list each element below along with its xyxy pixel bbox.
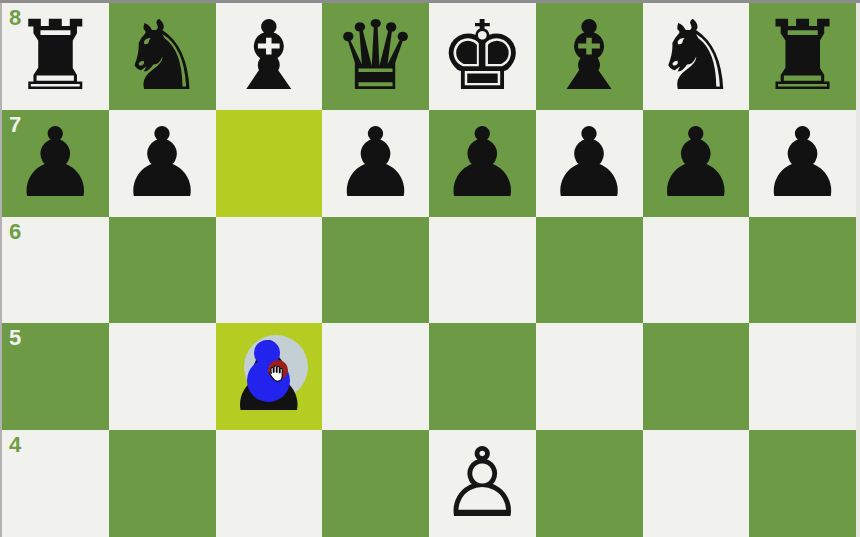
square-c7[interactable]: [216, 110, 323, 217]
square-d6[interactable]: [322, 217, 429, 324]
square-e5[interactable]: [429, 323, 536, 430]
square-b5[interactable]: [109, 323, 216, 430]
rank-label-5: 5: [9, 326, 21, 350]
piece-black-rook-a8[interactable]: ♜: [2, 3, 109, 110]
square-h5[interactable]: [749, 323, 856, 430]
square-g8[interactable]: ♞: [643, 3, 750, 110]
square-g4[interactable]: [643, 430, 750, 537]
square-h6[interactable]: [749, 217, 856, 324]
square-d5[interactable]: [322, 323, 429, 430]
square-f4[interactable]: [536, 430, 643, 537]
square-a4[interactable]: 4: [2, 430, 109, 537]
rank-label-6: 6: [9, 220, 21, 244]
square-e4[interactable]: ♙: [429, 430, 536, 537]
square-c6[interactable]: [216, 217, 323, 324]
square-c8[interactable]: ♝: [216, 3, 323, 110]
piece-white-pawn-e4[interactable]: ♙: [429, 430, 536, 537]
square-h7[interactable]: ♟: [749, 110, 856, 217]
square-a5[interactable]: 5: [2, 323, 109, 430]
square-a8[interactable]: 8♜: [2, 3, 109, 110]
chess-board: 8♜♞♝♛♚♝♞♜7♟♟♟♟♟♟♟65♟4♙: [2, 3, 856, 537]
rank-label-4: 4: [9, 433, 21, 457]
square-g5[interactable]: [643, 323, 750, 430]
piece-black-knight-b8[interactable]: ♞: [109, 3, 216, 110]
square-b4[interactable]: [109, 430, 216, 537]
piece-black-pawn-b7[interactable]: ♟: [109, 110, 216, 217]
window-right-edge: [856, 3, 860, 537]
square-d7[interactable]: ♟: [322, 110, 429, 217]
piece-black-queen-d8[interactable]: ♛: [322, 3, 429, 110]
piece-black-pawn-d7[interactable]: ♟: [322, 110, 429, 217]
square-h8[interactable]: ♜: [749, 3, 856, 110]
square-b7[interactable]: ♟: [109, 110, 216, 217]
square-f7[interactable]: ♟: [536, 110, 643, 217]
piece-black-pawn-g7[interactable]: ♟: [643, 110, 750, 217]
square-e8[interactable]: ♚: [429, 3, 536, 110]
square-b8[interactable]: ♞: [109, 3, 216, 110]
piece-black-rook-h8[interactable]: ♜: [749, 3, 856, 110]
piece-black-bishop-f8[interactable]: ♝: [536, 3, 643, 110]
square-d4[interactable]: [322, 430, 429, 537]
square-d8[interactable]: ♛: [322, 3, 429, 110]
square-g6[interactable]: [643, 217, 750, 324]
piece-black-pawn-a7[interactable]: ♟: [2, 110, 109, 217]
square-f8[interactable]: ♝: [536, 3, 643, 110]
square-h4[interactable]: [749, 430, 856, 537]
hand-cursor-icon: [265, 363, 287, 385]
square-f6[interactable]: [536, 217, 643, 324]
square-e7[interactable]: ♟: [429, 110, 536, 217]
square-a7[interactable]: 7♟: [2, 110, 109, 217]
piece-black-king-e8[interactable]: ♚: [429, 3, 536, 110]
square-b6[interactable]: [109, 217, 216, 324]
piece-black-pawn-e7[interactable]: ♟: [429, 110, 536, 217]
square-e6[interactable]: [429, 217, 536, 324]
square-c5[interactable]: ♟: [216, 323, 323, 430]
piece-black-bishop-c8[interactable]: ♝: [216, 3, 323, 110]
piece-black-pawn-h7[interactable]: ♟: [749, 110, 856, 217]
square-a6[interactable]: 6: [2, 217, 109, 324]
piece-black-pawn-f7[interactable]: ♟: [536, 110, 643, 217]
square-c4[interactable]: [216, 430, 323, 537]
piece-black-knight-g8[interactable]: ♞: [643, 3, 750, 110]
square-g7[interactable]: ♟: [643, 110, 750, 217]
square-f5[interactable]: [536, 323, 643, 430]
